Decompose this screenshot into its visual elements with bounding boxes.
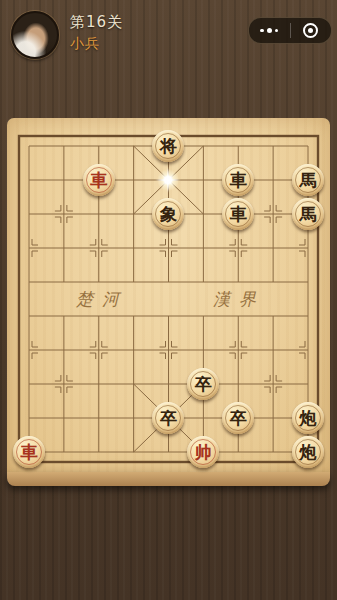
piece-red-車[interactable]: 車 — [13, 436, 45, 468]
piece-black-象[interactable]: 象 — [152, 198, 184, 230]
piece-layer: 将車車馬象車馬卒卒卒炮車帅炮 — [12, 129, 326, 469]
piece-black-炮[interactable]: 炮 — [292, 402, 324, 434]
app-screen: 第16关 小兵 楚河 漢界 将車車馬象車馬卒卒卒炮車帅炮 锦 15 求助 — [0, 0, 337, 600]
piece-red-車[interactable]: 車 — [83, 164, 115, 196]
more-dots-icon — [260, 29, 264, 33]
wechat-capsule — [248, 17, 332, 44]
move-highlight-sparkle — [155, 167, 181, 193]
piece-black-炮[interactable]: 炮 — [292, 436, 324, 468]
exit-button[interactable] — [291, 18, 332, 43]
piece-black-卒[interactable]: 卒 — [187, 368, 219, 400]
board-front-edge — [7, 472, 330, 486]
exit-target-icon — [303, 23, 318, 38]
level-title: 第16关 — [70, 13, 123, 32]
top-bar: 第16关 小兵 — [0, 0, 337, 66]
piece-black-将[interactable]: 将 — [152, 130, 184, 162]
player-avatar[interactable] — [11, 11, 59, 59]
piece-black-車[interactable]: 車 — [222, 164, 254, 196]
piece-red-帅[interactable]: 帅 — [187, 436, 219, 468]
piece-black-卒[interactable]: 卒 — [152, 402, 184, 434]
piece-black-卒[interactable]: 卒 — [222, 402, 254, 434]
more-button[interactable] — [249, 18, 290, 43]
piece-black-車[interactable]: 車 — [222, 198, 254, 230]
piece-black-馬[interactable]: 馬 — [292, 198, 324, 230]
bottom-bar: 锦 15 求助 2步 — [0, 528, 337, 600]
player-rank-label: 小兵 — [70, 35, 100, 53]
piece-black-馬[interactable]: 馬 — [292, 164, 324, 196]
